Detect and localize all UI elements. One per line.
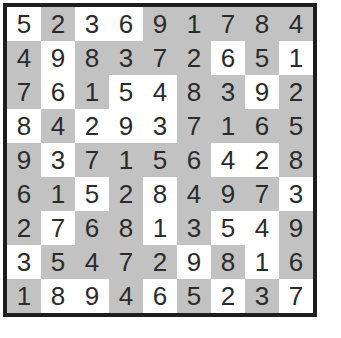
- cell-r7c2[interactable]: 7: [41, 211, 77, 247]
- cell-value: 2: [153, 249, 167, 275]
- cell-value: 3: [221, 79, 235, 105]
- cell-r8c9[interactable]: 6: [279, 245, 313, 281]
- cell-value: 5: [51, 249, 65, 275]
- cell-value: 2: [85, 113, 99, 139]
- cell-value: 5: [221, 215, 235, 241]
- cell-r2c1[interactable]: 4: [7, 41, 43, 77]
- cell-value: 1: [289, 45, 303, 71]
- cell-value: 5: [119, 79, 133, 105]
- cell-r4c4[interactable]: 9: [109, 109, 145, 145]
- cell-r9c2[interactable]: 8: [41, 279, 77, 313]
- cell-r4c2[interactable]: 4: [41, 109, 77, 145]
- cell-r3c3[interactable]: 1: [75, 75, 113, 113]
- cell-value: 4: [187, 181, 201, 207]
- cell-r2c4[interactable]: 3: [109, 41, 145, 77]
- cell-value: 3: [289, 181, 303, 207]
- cell-value: 7: [17, 79, 31, 105]
- cell-r1c1[interactable]: 5: [7, 7, 43, 43]
- cell-r5c7[interactable]: 4: [211, 143, 247, 179]
- cell-r9c1[interactable]: 1: [7, 279, 43, 313]
- cell-r7c5[interactable]: 1: [143, 211, 179, 247]
- cell-r9c3[interactable]: 9: [75, 279, 113, 313]
- cell-r4c6[interactable]: 7: [177, 109, 215, 145]
- cell-value: 4: [289, 11, 303, 37]
- cell-value: 3: [17, 249, 31, 275]
- cell-value: 6: [119, 11, 133, 37]
- cell-value: 1: [51, 181, 65, 207]
- cell-value: 6: [289, 249, 303, 275]
- cell-r2c3[interactable]: 8: [75, 41, 113, 77]
- cell-r8c2[interactable]: 5: [41, 245, 77, 281]
- cell-r6c4[interactable]: 2: [109, 177, 145, 215]
- cell-r4c5[interactable]: 3: [143, 109, 179, 145]
- cell-r5c4[interactable]: 1: [109, 143, 145, 179]
- cell-r1c9[interactable]: 4: [279, 7, 313, 43]
- cell-value: 7: [187, 113, 201, 139]
- cell-value: 3: [153, 113, 167, 139]
- cell-value: 3: [255, 283, 269, 309]
- cell-r8c4[interactable]: 7: [109, 245, 145, 281]
- cell-r8c7[interactable]: 8: [211, 245, 247, 281]
- cell-value: 7: [289, 283, 303, 309]
- cell-value: 5: [85, 181, 99, 207]
- cell-value: 2: [221, 283, 235, 309]
- cell-value: 5: [153, 147, 167, 173]
- cell-value: 6: [17, 181, 31, 207]
- cell-value: 2: [187, 45, 201, 71]
- cell-value: 9: [255, 79, 269, 105]
- cell-value: 5: [187, 283, 201, 309]
- cell-r8c6[interactable]: 9: [177, 245, 215, 281]
- cell-r4c1[interactable]: 8: [7, 109, 43, 145]
- cell-value: 9: [119, 113, 133, 139]
- cell-value: 8: [289, 147, 303, 173]
- cell-value: 2: [51, 11, 65, 37]
- cell-r1c2[interactable]: 2: [41, 7, 77, 43]
- cell-value: 4: [17, 45, 31, 71]
- cell-r2c7[interactable]: 6: [211, 41, 247, 77]
- cell-value: 1: [17, 283, 31, 309]
- cell-r3c8[interactable]: 9: [245, 75, 281, 113]
- cell-value: 1: [85, 79, 99, 105]
- cell-value: 3: [187, 215, 201, 241]
- cell-r1c5[interactable]: 9: [143, 7, 179, 43]
- cell-r6c3[interactable]: 5: [75, 177, 113, 215]
- cell-r1c6[interactable]: 1: [177, 7, 215, 43]
- cell-value: 8: [17, 113, 31, 139]
- cell-r3c9[interactable]: 2: [279, 75, 313, 113]
- cell-r4c7[interactable]: 1: [211, 109, 247, 145]
- cell-r5c8[interactable]: 2: [245, 143, 281, 179]
- cell-value: 5: [17, 11, 31, 37]
- cell-r8c1[interactable]: 3: [7, 245, 43, 281]
- cell-r8c3[interactable]: 4: [75, 245, 113, 281]
- cell-r9c6[interactable]: 5: [177, 279, 215, 313]
- cell-r3c6[interactable]: 8: [177, 75, 215, 113]
- cell-r3c2[interactable]: 6: [41, 75, 77, 113]
- cell-r3c1[interactable]: 7: [7, 75, 43, 113]
- cell-r6c7[interactable]: 9: [211, 177, 247, 215]
- cell-r5c6[interactable]: 6: [177, 143, 215, 179]
- cell-value: 6: [187, 147, 201, 173]
- cell-value: 8: [85, 45, 99, 71]
- cell-value: 8: [119, 215, 133, 241]
- cell-value: 7: [119, 249, 133, 275]
- cell-value: 9: [153, 11, 167, 37]
- cell-r9c7[interactable]: 2: [211, 279, 247, 313]
- cell-value: 2: [255, 147, 269, 173]
- cell-value: 3: [119, 45, 133, 71]
- cell-r9c8[interactable]: 3: [245, 279, 281, 313]
- cell-value: 4: [119, 283, 133, 309]
- cell-r1c7[interactable]: 7: [211, 7, 247, 43]
- cell-value: 9: [85, 283, 99, 309]
- cell-value: 1: [255, 249, 269, 275]
- cell-value: 9: [221, 181, 235, 207]
- cell-r7c8[interactable]: 4: [245, 211, 281, 247]
- cell-r2c6[interactable]: 2: [177, 41, 215, 77]
- cell-r2c2[interactable]: 9: [41, 41, 77, 77]
- cell-value: 3: [85, 11, 99, 37]
- cell-r6c1[interactable]: 6: [7, 177, 43, 215]
- cell-value: 8: [187, 79, 201, 105]
- cell-r5c2[interactable]: 3: [41, 143, 77, 179]
- cell-r6c5[interactable]: 8: [143, 177, 179, 215]
- cell-r7c3[interactable]: 6: [75, 211, 113, 247]
- cell-value: 3: [51, 147, 65, 173]
- cell-r1c3[interactable]: 3: [75, 7, 113, 43]
- cell-r7c6[interactable]: 3: [177, 211, 215, 247]
- cell-r7c9[interactable]: 9: [279, 211, 313, 247]
- cell-value: 6: [51, 79, 65, 105]
- cell-r9c4[interactable]: 4: [109, 279, 145, 313]
- cell-value: 7: [221, 11, 235, 37]
- cell-r2c5[interactable]: 7: [143, 41, 179, 77]
- cell-r8c8[interactable]: 1: [245, 245, 281, 281]
- cell-r7c7[interactable]: 5: [211, 211, 247, 247]
- cell-r8c5[interactable]: 2: [143, 245, 179, 281]
- cell-value: 8: [255, 11, 269, 37]
- cell-r1c4[interactable]: 6: [109, 7, 145, 43]
- cell-value: 2: [289, 79, 303, 105]
- cell-value: 5: [289, 113, 303, 139]
- cell-value: 9: [17, 147, 31, 173]
- cell-value: 7: [153, 45, 167, 71]
- cell-value: 4: [255, 215, 269, 241]
- cell-value: 4: [221, 147, 235, 173]
- cell-value: 7: [51, 215, 65, 241]
- cell-r3c7[interactable]: 3: [211, 75, 247, 113]
- cell-r9c9[interactable]: 7: [279, 279, 313, 313]
- cell-r4c3[interactable]: 2: [75, 109, 113, 145]
- cell-value: 8: [51, 283, 65, 309]
- cell-r1c8[interactable]: 8: [245, 7, 281, 43]
- cell-r5c3[interactable]: 7: [75, 143, 113, 179]
- cell-r5c9[interactable]: 8: [279, 143, 313, 179]
- cell-value: 8: [153, 181, 167, 207]
- cell-r2c9[interactable]: 1: [279, 41, 313, 77]
- cell-r5c5[interactable]: 5: [143, 143, 179, 179]
- cell-r6c8[interactable]: 7: [245, 177, 281, 215]
- cell-value: 8: [221, 249, 235, 275]
- cell-value: 9: [51, 45, 65, 71]
- sudoku-board: 5236917844983726517615483928429371659371…: [3, 3, 317, 317]
- cell-r4c9[interactable]: 5: [279, 109, 313, 145]
- cell-value: 4: [85, 249, 99, 275]
- cell-value: 2: [17, 215, 31, 241]
- cell-r7c1[interactable]: 2: [7, 211, 43, 247]
- cell-r5c1[interactable]: 9: [7, 143, 43, 179]
- cell-r4c8[interactable]: 6: [245, 109, 281, 145]
- cell-value: 6: [85, 215, 99, 241]
- cell-value: 1: [119, 147, 133, 173]
- cell-r2c8[interactable]: 5: [245, 41, 281, 77]
- cell-r3c4[interactable]: 5: [109, 75, 145, 113]
- cell-value: 4: [153, 79, 167, 105]
- cell-value: 4: [51, 113, 65, 139]
- cell-value: 5: [255, 45, 269, 71]
- cell-value: 6: [255, 113, 269, 139]
- sudoku-diagram: 5236917844983726517615483928429371659371…: [0, 0, 341, 338]
- cell-r6c2[interactable]: 1: [41, 177, 77, 215]
- cell-value: 9: [289, 215, 303, 241]
- cell-value: 6: [221, 45, 235, 71]
- cell-r6c9[interactable]: 3: [279, 177, 313, 215]
- cell-value: 2: [119, 181, 133, 207]
- cell-value: 6: [153, 283, 167, 309]
- cell-value: 1: [221, 113, 235, 139]
- cell-value: 7: [85, 147, 99, 173]
- cell-value: 7: [255, 181, 269, 207]
- cell-r3c5[interactable]: 4: [143, 75, 179, 113]
- cell-value: 9: [187, 249, 201, 275]
- cell-value: 1: [187, 11, 201, 37]
- cell-r6c6[interactable]: 4: [177, 177, 215, 215]
- cell-value: 1: [153, 215, 167, 241]
- cell-r7c4[interactable]: 8: [109, 211, 145, 247]
- cell-r9c5[interactable]: 6: [143, 279, 179, 313]
